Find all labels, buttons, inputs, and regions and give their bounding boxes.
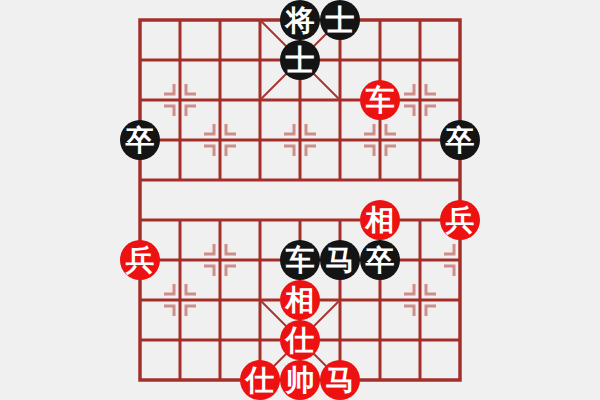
piece-red-soldier[interactable]: 兵: [120, 240, 160, 280]
piece-red-elephant[interactable]: 相: [280, 280, 320, 320]
piece-red-general[interactable]: 帅: [280, 360, 320, 400]
piece-red-advisor[interactable]: 仕: [280, 320, 320, 360]
piece-black-chariot[interactable]: 车: [280, 240, 320, 280]
piece-red-horse[interactable]: 马: [320, 360, 360, 400]
piece-red-advisor[interactable]: 仕: [240, 360, 280, 400]
piece-red-chariot[interactable]: 车: [360, 80, 400, 120]
piece-black-advisor[interactable]: 士: [320, 0, 360, 40]
piece-black-horse[interactable]: 马: [320, 240, 360, 280]
piece-red-soldier[interactable]: 兵: [440, 200, 480, 240]
piece-black-soldier[interactable]: 卒: [360, 240, 400, 280]
pieces-layer: 将士士车卒卒相兵兵车马卒相仕仕帅马: [120, 0, 480, 400]
piece-black-soldier[interactable]: 卒: [440, 120, 480, 160]
piece-black-soldier[interactable]: 卒: [120, 120, 160, 160]
piece-black-general[interactable]: 将: [280, 0, 320, 40]
xiangqi-board: 将士士车卒卒相兵兵车马卒相仕仕帅马: [0, 0, 600, 400]
piece-red-elephant[interactable]: 相: [360, 200, 400, 240]
piece-black-advisor[interactable]: 士: [280, 40, 320, 80]
